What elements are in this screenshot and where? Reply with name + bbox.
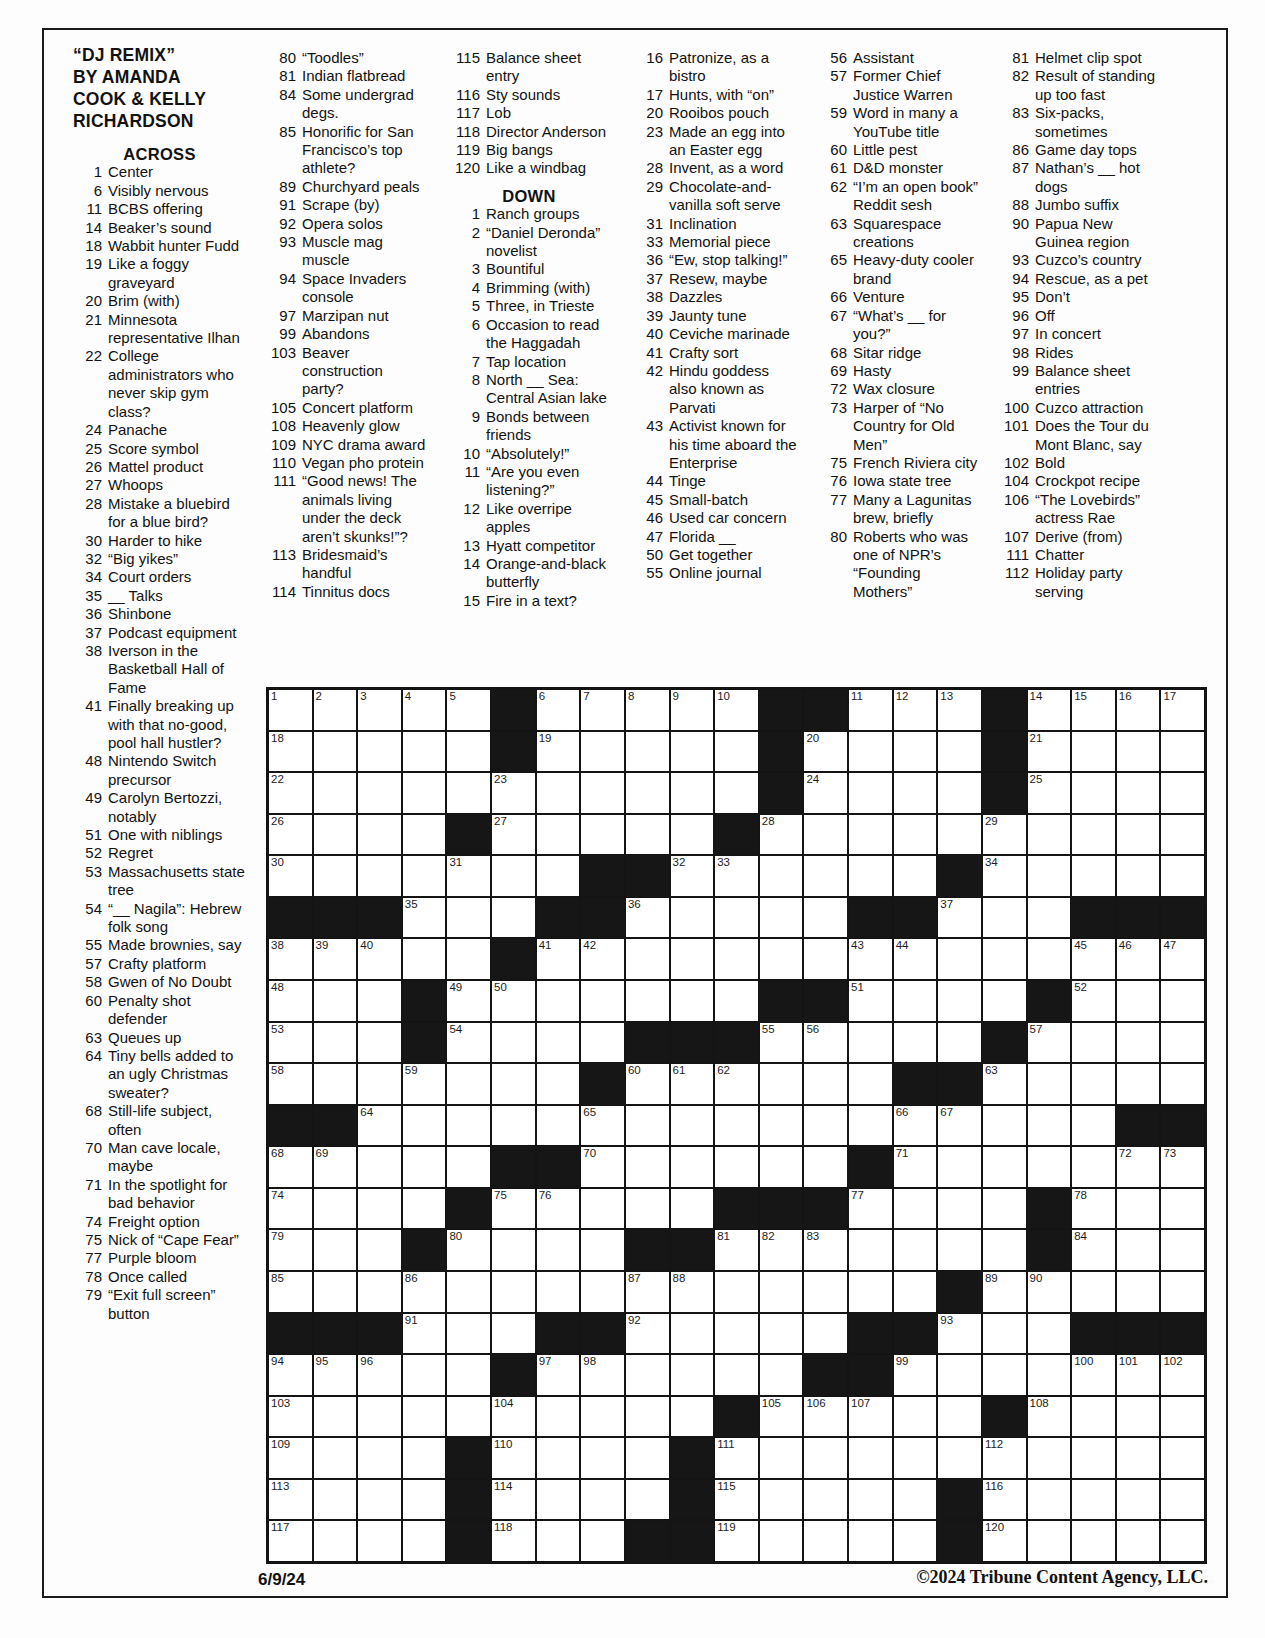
cell-r4c21[interactable] xyxy=(1161,815,1204,855)
cell-r20c18[interactable] xyxy=(1028,1480,1071,1520)
cell-r20c6[interactable]: 114 xyxy=(492,1480,535,1520)
cell-r3c16[interactable] xyxy=(938,773,981,813)
cell-r8c5[interactable]: 49 xyxy=(447,981,490,1021)
cell-r4c20[interactable] xyxy=(1117,815,1160,855)
cell-r14c5[interactable]: 80 xyxy=(447,1230,490,1270)
cell-r7c16[interactable] xyxy=(938,939,981,979)
cell-r4c2[interactable] xyxy=(314,815,357,855)
cell-r21c13[interactable] xyxy=(804,1521,847,1561)
cell-r8c16[interactable] xyxy=(938,981,981,1021)
cell-r17c4[interactable] xyxy=(403,1355,446,1395)
cell-r2c1[interactable]: 18 xyxy=(269,732,312,772)
cell-r9c16[interactable] xyxy=(938,1023,981,1063)
cell-r17c15[interactable]: 99 xyxy=(894,1355,937,1395)
cell-r4c15[interactable] xyxy=(894,815,937,855)
cell-r7c10[interactable] xyxy=(671,939,714,979)
cell-r10c1[interactable]: 58 xyxy=(269,1064,312,1104)
cell-r17c19[interactable]: 100 xyxy=(1072,1355,1115,1395)
cell-r6c9[interactable]: 36 xyxy=(626,898,669,938)
cell-r4c7[interactable] xyxy=(537,815,580,855)
cell-r4c4[interactable] xyxy=(403,815,446,855)
cell-r8c9[interactable] xyxy=(626,981,669,1021)
cell-r11c9[interactable] xyxy=(626,1106,669,1146)
cell-r13c7[interactable]: 76 xyxy=(537,1189,580,1229)
cell-r4c8[interactable] xyxy=(581,815,624,855)
cell-r5c17[interactable]: 34 xyxy=(983,856,1026,896)
cell-r21c14[interactable] xyxy=(849,1521,892,1561)
cell-r3c21[interactable] xyxy=(1161,773,1204,813)
cell-r18c1[interactable]: 103 xyxy=(269,1397,312,1437)
cell-r20c9[interactable] xyxy=(626,1480,669,1520)
cell-r12c16[interactable] xyxy=(938,1147,981,1187)
cell-r8c7[interactable] xyxy=(537,981,580,1021)
cell-r18c8[interactable] xyxy=(581,1397,624,1437)
cell-r7c4[interactable] xyxy=(403,939,446,979)
cell-r4c17[interactable]: 29 xyxy=(983,815,1026,855)
cell-r18c3[interactable] xyxy=(358,1397,401,1437)
cell-r4c16[interactable] xyxy=(938,815,981,855)
cell-r14c7[interactable] xyxy=(537,1230,580,1270)
cell-r5c4[interactable] xyxy=(403,856,446,896)
cell-r19c3[interactable] xyxy=(358,1438,401,1478)
cell-r2c18[interactable]: 21 xyxy=(1028,732,1071,772)
cell-r21c15[interactable] xyxy=(894,1521,937,1561)
cell-r11c16[interactable]: 67 xyxy=(938,1106,981,1146)
cell-r15c20[interactable] xyxy=(1117,1272,1160,1312)
cell-r18c15[interactable] xyxy=(894,1397,937,1437)
cell-r20c20[interactable] xyxy=(1117,1480,1160,1520)
cell-r10c4[interactable]: 59 xyxy=(403,1064,446,1104)
cell-r15c8[interactable] xyxy=(581,1272,624,1312)
cell-r19c20[interactable] xyxy=(1117,1438,1160,1478)
cell-r14c1[interactable]: 79 xyxy=(269,1230,312,1270)
cell-r6c6[interactable] xyxy=(492,898,535,938)
cell-r18c5[interactable] xyxy=(447,1397,490,1437)
cell-r20c4[interactable] xyxy=(403,1480,446,1520)
cell-r20c2[interactable] xyxy=(314,1480,357,1520)
cell-r10c18[interactable] xyxy=(1028,1064,1071,1104)
cell-r16c17[interactable] xyxy=(983,1314,1026,1354)
cell-r8c20[interactable] xyxy=(1117,981,1160,1021)
cell-r18c19[interactable] xyxy=(1072,1397,1115,1437)
cell-r14c20[interactable] xyxy=(1117,1230,1160,1270)
cell-r20c19[interactable] xyxy=(1072,1480,1115,1520)
cell-r13c17[interactable] xyxy=(983,1189,1026,1229)
cell-r10c9[interactable]: 60 xyxy=(626,1064,669,1104)
cell-r2c15[interactable] xyxy=(894,732,937,772)
cell-r16c16[interactable]: 93 xyxy=(938,1314,981,1354)
cell-r17c7[interactable]: 97 xyxy=(537,1355,580,1395)
cell-r9c12[interactable]: 55 xyxy=(760,1023,803,1063)
cell-r1c5[interactable]: 5 xyxy=(447,690,490,730)
cell-r9c5[interactable]: 54 xyxy=(447,1023,490,1063)
cell-r7c18[interactable] xyxy=(1028,939,1071,979)
cell-r20c3[interactable] xyxy=(358,1480,401,1520)
cell-r21c1[interactable]: 117 xyxy=(269,1521,312,1561)
cell-r1c20[interactable]: 16 xyxy=(1117,690,1160,730)
cell-r8c14[interactable]: 51 xyxy=(849,981,892,1021)
cell-r10c2[interactable] xyxy=(314,1064,357,1104)
cell-r15c2[interactable] xyxy=(314,1272,357,1312)
cell-r7c1[interactable]: 38 xyxy=(269,939,312,979)
cell-r3c14[interactable] xyxy=(849,773,892,813)
cell-r18c9[interactable] xyxy=(626,1397,669,1437)
cell-r10c11[interactable]: 62 xyxy=(715,1064,758,1104)
cell-r15c19[interactable] xyxy=(1072,1272,1115,1312)
cell-r1c14[interactable]: 11 xyxy=(849,690,892,730)
cell-r8c21[interactable] xyxy=(1161,981,1204,1021)
cell-r14c13[interactable]: 83 xyxy=(804,1230,847,1270)
cell-r20c13[interactable] xyxy=(804,1480,847,1520)
cell-r12c18[interactable] xyxy=(1028,1147,1071,1187)
cell-r11c11[interactable] xyxy=(715,1106,758,1146)
cell-r21c12[interactable] xyxy=(760,1521,803,1561)
cell-r19c14[interactable] xyxy=(849,1438,892,1478)
cell-r17c21[interactable]: 102 xyxy=(1161,1355,1204,1395)
cell-r15c6[interactable] xyxy=(492,1272,535,1312)
cell-r2c11[interactable] xyxy=(715,732,758,772)
cell-r13c15[interactable] xyxy=(894,1189,937,1229)
cell-r16c5[interactable] xyxy=(447,1314,490,1354)
cell-r12c17[interactable] xyxy=(983,1147,1026,1187)
cell-r7c21[interactable]: 47 xyxy=(1161,939,1204,979)
cell-r5c14[interactable] xyxy=(849,856,892,896)
cell-r2c4[interactable] xyxy=(403,732,446,772)
cell-r21c18[interactable] xyxy=(1028,1521,1071,1561)
cell-r11c18[interactable] xyxy=(1028,1106,1071,1146)
cell-r10c17[interactable]: 63 xyxy=(983,1064,1026,1104)
cell-r14c2[interactable] xyxy=(314,1230,357,1270)
cell-r15c1[interactable]: 85 xyxy=(269,1272,312,1312)
cell-r7c7[interactable]: 41 xyxy=(537,939,580,979)
cell-r2c3[interactable] xyxy=(358,732,401,772)
cell-r20c12[interactable] xyxy=(760,1480,803,1520)
cell-r7c14[interactable]: 43 xyxy=(849,939,892,979)
cell-r9c2[interactable] xyxy=(314,1023,357,1063)
cell-r18c21[interactable] xyxy=(1161,1397,1204,1437)
cell-r17c3[interactable]: 96 xyxy=(358,1355,401,1395)
cell-r14c3[interactable] xyxy=(358,1230,401,1270)
cell-r6c17[interactable] xyxy=(983,898,1026,938)
cell-r12c10[interactable] xyxy=(671,1147,714,1187)
cell-r21c17[interactable]: 120 xyxy=(983,1521,1026,1561)
cell-r18c20[interactable] xyxy=(1117,1397,1160,1437)
cell-r8c17[interactable] xyxy=(983,981,1026,1021)
cell-r15c9[interactable]: 87 xyxy=(626,1272,669,1312)
cell-r2c5[interactable] xyxy=(447,732,490,772)
cell-r5c19[interactable] xyxy=(1072,856,1115,896)
cell-r15c18[interactable]: 90 xyxy=(1028,1272,1071,1312)
cell-r16c10[interactable] xyxy=(671,1314,714,1354)
cell-r9c3[interactable] xyxy=(358,1023,401,1063)
cell-r5c6[interactable] xyxy=(492,856,535,896)
cell-r1c16[interactable]: 13 xyxy=(938,690,981,730)
cell-r14c11[interactable]: 81 xyxy=(715,1230,758,1270)
cell-r16c4[interactable]: 91 xyxy=(403,1314,446,1354)
cell-r1c1[interactable]: 1 xyxy=(269,690,312,730)
cell-r10c3[interactable] xyxy=(358,1064,401,1104)
cell-r1c18[interactable]: 14 xyxy=(1028,690,1071,730)
cell-r12c19[interactable] xyxy=(1072,1147,1115,1187)
cell-r7c13[interactable] xyxy=(804,939,847,979)
cell-r1c10[interactable]: 9 xyxy=(671,690,714,730)
cell-r7c11[interactable] xyxy=(715,939,758,979)
cell-r19c8[interactable] xyxy=(581,1438,624,1478)
cell-r17c8[interactable]: 98 xyxy=(581,1355,624,1395)
cell-r3c7[interactable] xyxy=(537,773,580,813)
cell-r12c11[interactable] xyxy=(715,1147,758,1187)
cell-r8c6[interactable]: 50 xyxy=(492,981,535,1021)
cell-r18c16[interactable] xyxy=(938,1397,981,1437)
cell-r16c6[interactable] xyxy=(492,1314,535,1354)
cell-r17c18[interactable] xyxy=(1028,1355,1071,1395)
cell-r20c11[interactable]: 115 xyxy=(715,1480,758,1520)
cell-r12c21[interactable]: 73 xyxy=(1161,1147,1204,1187)
cell-r21c3[interactable] xyxy=(358,1521,401,1561)
cell-r10c19[interactable] xyxy=(1072,1064,1115,1104)
cell-r17c16[interactable] xyxy=(938,1355,981,1395)
cell-r18c10[interactable] xyxy=(671,1397,714,1437)
cell-r19c16[interactable] xyxy=(938,1438,981,1478)
cell-r17c5[interactable] xyxy=(447,1355,490,1395)
cell-r16c12[interactable] xyxy=(760,1314,803,1354)
cell-r3c9[interactable] xyxy=(626,773,669,813)
cell-r21c6[interactable]: 118 xyxy=(492,1521,535,1561)
cell-r19c7[interactable] xyxy=(537,1438,580,1478)
cell-r12c3[interactable] xyxy=(358,1147,401,1187)
cell-r2c21[interactable] xyxy=(1161,732,1204,772)
cell-r13c3[interactable] xyxy=(358,1189,401,1229)
cell-r8c15[interactable] xyxy=(894,981,937,1021)
cell-r18c7[interactable] xyxy=(537,1397,580,1437)
cell-r3c11[interactable] xyxy=(715,773,758,813)
cell-r14c19[interactable]: 84 xyxy=(1072,1230,1115,1270)
cell-r20c7[interactable] xyxy=(537,1480,580,1520)
cell-r15c11[interactable] xyxy=(715,1272,758,1312)
cell-r4c13[interactable] xyxy=(804,815,847,855)
cell-r10c20[interactable] xyxy=(1117,1064,1160,1104)
cell-r19c17[interactable]: 112 xyxy=(983,1438,1026,1478)
cell-r7c17[interactable] xyxy=(983,939,1026,979)
cell-r18c12[interactable]: 105 xyxy=(760,1397,803,1437)
cell-r11c13[interactable] xyxy=(804,1106,847,1146)
cell-r14c14[interactable] xyxy=(849,1230,892,1270)
cell-r3c13[interactable]: 24 xyxy=(804,773,847,813)
cell-r9c1[interactable]: 53 xyxy=(269,1023,312,1063)
cell-r7c20[interactable]: 46 xyxy=(1117,939,1160,979)
cell-r17c10[interactable] xyxy=(671,1355,714,1395)
cell-r9c18[interactable]: 57 xyxy=(1028,1023,1071,1063)
cell-r7c8[interactable]: 42 xyxy=(581,939,624,979)
cell-r14c6[interactable] xyxy=(492,1230,535,1270)
cell-r9c7[interactable] xyxy=(537,1023,580,1063)
cell-r3c6[interactable]: 23 xyxy=(492,773,535,813)
cell-r17c12[interactable] xyxy=(760,1355,803,1395)
cell-r6c18[interactable] xyxy=(1028,898,1071,938)
cell-r6c5[interactable] xyxy=(447,898,490,938)
cell-r14c15[interactable] xyxy=(894,1230,937,1270)
cell-r10c5[interactable] xyxy=(447,1064,490,1104)
cell-r7c15[interactable]: 44 xyxy=(894,939,937,979)
cell-r5c2[interactable] xyxy=(314,856,357,896)
cell-r14c21[interactable] xyxy=(1161,1230,1204,1270)
cell-r20c1[interactable]: 113 xyxy=(269,1480,312,1520)
cell-r8c8[interactable] xyxy=(581,981,624,1021)
cell-r19c9[interactable] xyxy=(626,1438,669,1478)
cell-r8c11[interactable] xyxy=(715,981,758,1021)
cell-r18c14[interactable]: 107 xyxy=(849,1397,892,1437)
cell-r17c11[interactable] xyxy=(715,1355,758,1395)
cell-r4c10[interactable] xyxy=(671,815,714,855)
cell-r10c13[interactable] xyxy=(804,1064,847,1104)
cell-r6c13[interactable] xyxy=(804,898,847,938)
cell-r11c3[interactable]: 64 xyxy=(358,1106,401,1146)
cell-r19c18[interactable] xyxy=(1028,1438,1071,1478)
cell-r1c7[interactable]: 6 xyxy=(537,690,580,730)
cell-r1c2[interactable]: 2 xyxy=(314,690,357,730)
cell-r9c14[interactable] xyxy=(849,1023,892,1063)
cell-r20c17[interactable]: 116 xyxy=(983,1480,1026,1520)
cell-r6c11[interactable] xyxy=(715,898,758,938)
cell-r7c3[interactable]: 40 xyxy=(358,939,401,979)
cell-r13c20[interactable] xyxy=(1117,1189,1160,1229)
cell-r8c2[interactable] xyxy=(314,981,357,1021)
cell-r21c11[interactable]: 119 xyxy=(715,1521,758,1561)
cell-r7c19[interactable]: 45 xyxy=(1072,939,1115,979)
cell-r5c21[interactable] xyxy=(1161,856,1204,896)
cell-r11c10[interactable] xyxy=(671,1106,714,1146)
cell-r10c7[interactable] xyxy=(537,1064,580,1104)
cell-r19c1[interactable]: 109 xyxy=(269,1438,312,1478)
cell-r9c19[interactable] xyxy=(1072,1023,1115,1063)
cell-r21c19[interactable] xyxy=(1072,1521,1115,1561)
cell-r13c19[interactable]: 78 xyxy=(1072,1189,1115,1229)
cell-r1c15[interactable]: 12 xyxy=(894,690,937,730)
cell-r10c6[interactable] xyxy=(492,1064,535,1104)
cell-r2c9[interactable] xyxy=(626,732,669,772)
cell-r12c13[interactable] xyxy=(804,1147,847,1187)
cell-r11c19[interactable] xyxy=(1072,1106,1115,1146)
cell-r19c15[interactable] xyxy=(894,1438,937,1478)
cell-r3c2[interactable] xyxy=(314,773,357,813)
cell-r11c8[interactable]: 65 xyxy=(581,1106,624,1146)
cell-r3c19[interactable] xyxy=(1072,773,1115,813)
cell-r13c9[interactable] xyxy=(626,1189,669,1229)
cell-r9c15[interactable] xyxy=(894,1023,937,1063)
cell-r9c8[interactable] xyxy=(581,1023,624,1063)
cell-r2c19[interactable] xyxy=(1072,732,1115,772)
cell-r1c9[interactable]: 8 xyxy=(626,690,669,730)
cell-r3c1[interactable]: 22 xyxy=(269,773,312,813)
cell-r11c12[interactable] xyxy=(760,1106,803,1146)
cell-r13c4[interactable] xyxy=(403,1189,446,1229)
cell-r11c6[interactable] xyxy=(492,1106,535,1146)
cell-r20c15[interactable] xyxy=(894,1480,937,1520)
cell-r15c5[interactable] xyxy=(447,1272,490,1312)
cell-r3c20[interactable] xyxy=(1117,773,1160,813)
cell-r15c3[interactable] xyxy=(358,1272,401,1312)
cell-r1c21[interactable]: 17 xyxy=(1161,690,1204,730)
cell-r5c20[interactable] xyxy=(1117,856,1160,896)
cell-r5c15[interactable] xyxy=(894,856,937,896)
cell-r15c12[interactable] xyxy=(760,1272,803,1312)
cell-r18c2[interactable] xyxy=(314,1397,357,1437)
cell-r12c5[interactable] xyxy=(447,1147,490,1187)
cell-r8c19[interactable]: 52 xyxy=(1072,981,1115,1021)
cell-r16c13[interactable] xyxy=(804,1314,847,1354)
cell-r13c21[interactable] xyxy=(1161,1189,1204,1229)
cell-r12c9[interactable] xyxy=(626,1147,669,1187)
cell-r16c9[interactable]: 92 xyxy=(626,1314,669,1354)
cell-r11c7[interactable] xyxy=(537,1106,580,1146)
cell-r5c10[interactable]: 32 xyxy=(671,856,714,896)
cell-r18c4[interactable] xyxy=(403,1397,446,1437)
cell-r17c9[interactable] xyxy=(626,1355,669,1395)
cell-r14c17[interactable] xyxy=(983,1230,1026,1270)
cell-r11c4[interactable] xyxy=(403,1106,446,1146)
cell-r13c2[interactable] xyxy=(314,1189,357,1229)
cell-r15c7[interactable] xyxy=(537,1272,580,1312)
cell-r2c8[interactable] xyxy=(581,732,624,772)
cell-r12c4[interactable] xyxy=(403,1147,446,1187)
cell-r4c1[interactable]: 26 xyxy=(269,815,312,855)
cell-r4c12[interactable]: 28 xyxy=(760,815,803,855)
cell-r11c14[interactable] xyxy=(849,1106,892,1146)
cell-r10c10[interactable]: 61 xyxy=(671,1064,714,1104)
cell-r19c11[interactable]: 111 xyxy=(715,1438,758,1478)
cell-r19c12[interactable] xyxy=(760,1438,803,1478)
cell-r21c7[interactable] xyxy=(537,1521,580,1561)
cell-r8c10[interactable] xyxy=(671,981,714,1021)
cell-r5c1[interactable]: 30 xyxy=(269,856,312,896)
cell-r14c8[interactable] xyxy=(581,1230,624,1270)
cell-r13c6[interactable]: 75 xyxy=(492,1189,535,1229)
cell-r15c17[interactable]: 89 xyxy=(983,1272,1026,1312)
cell-r13c1[interactable]: 74 xyxy=(269,1189,312,1229)
cell-r5c18[interactable] xyxy=(1028,856,1071,896)
cell-r9c20[interactable] xyxy=(1117,1023,1160,1063)
cell-r5c13[interactable] xyxy=(804,856,847,896)
cell-r13c8[interactable] xyxy=(581,1189,624,1229)
cell-r9c6[interactable] xyxy=(492,1023,535,1063)
cell-r2c13[interactable]: 20 xyxy=(804,732,847,772)
cell-r3c15[interactable] xyxy=(894,773,937,813)
cell-r15c13[interactable] xyxy=(804,1272,847,1312)
cell-r18c13[interactable]: 106 xyxy=(804,1397,847,1437)
cell-r7c5[interactable] xyxy=(447,939,490,979)
cell-r20c8[interactable] xyxy=(581,1480,624,1520)
cell-r5c7[interactable] xyxy=(537,856,580,896)
cell-r5c3[interactable] xyxy=(358,856,401,896)
cell-r17c20[interactable]: 101 xyxy=(1117,1355,1160,1395)
cell-r15c15[interactable] xyxy=(894,1272,937,1312)
cell-r21c8[interactable] xyxy=(581,1521,624,1561)
cell-r21c20[interactable] xyxy=(1117,1521,1160,1561)
cell-r20c14[interactable] xyxy=(849,1480,892,1520)
cell-r19c2[interactable] xyxy=(314,1438,357,1478)
cell-r5c12[interactable] xyxy=(760,856,803,896)
cell-r2c7[interactable]: 19 xyxy=(537,732,580,772)
cell-r21c2[interactable] xyxy=(314,1521,357,1561)
cell-r9c21[interactable] xyxy=(1161,1023,1204,1063)
cell-r8c3[interactable] xyxy=(358,981,401,1021)
cell-r18c6[interactable]: 104 xyxy=(492,1397,535,1437)
cell-r20c21[interactable] xyxy=(1161,1480,1204,1520)
cell-r13c10[interactable] xyxy=(671,1189,714,1229)
cell-r3c10[interactable] xyxy=(671,773,714,813)
cell-r10c21[interactable] xyxy=(1161,1064,1204,1104)
cell-r5c11[interactable]: 33 xyxy=(715,856,758,896)
